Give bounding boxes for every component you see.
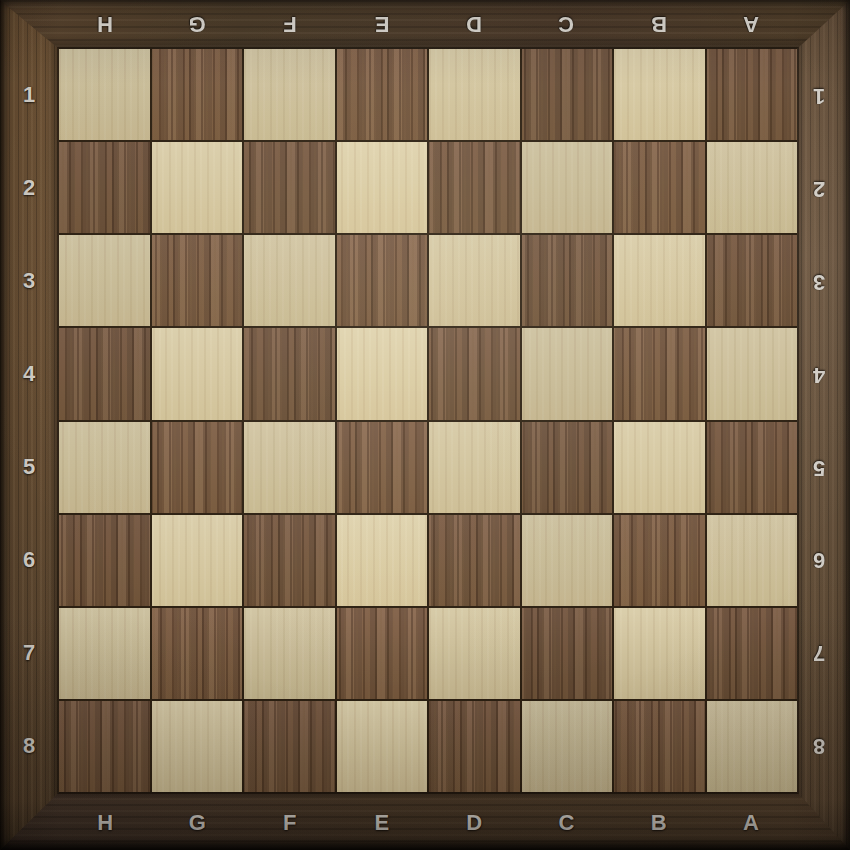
file-label-top-c: C: [520, 4, 612, 44]
square-f5[interactable]: [244, 422, 335, 513]
square-h3[interactable]: [59, 235, 150, 326]
rank-label-left-1: 1: [6, 49, 52, 142]
square-b3[interactable]: [614, 235, 705, 326]
square-h2[interactable]: [59, 142, 150, 233]
square-h4[interactable]: [59, 328, 150, 419]
square-a3[interactable]: [707, 235, 798, 326]
square-g7[interactable]: [152, 608, 243, 699]
square-c6[interactable]: [522, 515, 613, 606]
rank-label-right-3: 3: [796, 235, 842, 328]
square-f2[interactable]: [244, 142, 335, 233]
square-a6[interactable]: [707, 515, 798, 606]
file-label-bottom-c: C: [520, 801, 612, 845]
square-a1[interactable]: [707, 49, 798, 140]
square-f3[interactable]: [244, 235, 335, 326]
rank-label-right-8: 8: [796, 699, 842, 792]
square-h5[interactable]: [59, 422, 150, 513]
square-b6[interactable]: [614, 515, 705, 606]
square-a8[interactable]: [707, 701, 798, 792]
square-g4[interactable]: [152, 328, 243, 419]
square-e5[interactable]: [337, 422, 428, 513]
file-label-bottom-a: A: [705, 801, 797, 845]
rank-label-right-2: 2: [796, 142, 842, 235]
file-label-bottom-h: H: [59, 801, 151, 845]
square-a4[interactable]: [707, 328, 798, 419]
square-c4[interactable]: [522, 328, 613, 419]
square-c7[interactable]: [522, 608, 613, 699]
square-d4[interactable]: [429, 328, 520, 419]
square-d5[interactable]: [429, 422, 520, 513]
file-label-bottom-d: D: [428, 801, 520, 845]
rank-label-right-5: 5: [796, 421, 842, 514]
square-a2[interactable]: [707, 142, 798, 233]
file-labels-bottom: HGFEDCBA: [59, 801, 797, 845]
square-f8[interactable]: [244, 701, 335, 792]
rank-labels-left: 12345678: [6, 49, 52, 792]
square-d1[interactable]: [429, 49, 520, 140]
square-e8[interactable]: [337, 701, 428, 792]
file-label-top-d: D: [428, 4, 520, 44]
square-e4[interactable]: [337, 328, 428, 419]
rank-label-left-3: 3: [6, 235, 52, 328]
square-a7[interactable]: [707, 608, 798, 699]
file-label-top-g: G: [151, 4, 243, 44]
rank-label-left-7: 7: [6, 606, 52, 699]
square-g2[interactable]: [152, 142, 243, 233]
file-label-top-h: H: [59, 4, 151, 44]
rank-label-right-4: 4: [796, 328, 842, 421]
file-label-bottom-g: G: [151, 801, 243, 845]
square-d8[interactable]: [429, 701, 520, 792]
square-f1[interactable]: [244, 49, 335, 140]
square-g6[interactable]: [152, 515, 243, 606]
square-g1[interactable]: [152, 49, 243, 140]
square-c3[interactable]: [522, 235, 613, 326]
rank-label-right-6: 6: [796, 513, 842, 606]
square-d7[interactable]: [429, 608, 520, 699]
file-label-bottom-f: F: [244, 801, 336, 845]
square-e7[interactable]: [337, 608, 428, 699]
file-label-top-e: E: [336, 4, 428, 44]
file-label-bottom-b: B: [613, 801, 705, 845]
rank-label-left-8: 8: [6, 699, 52, 792]
rank-labels-right: 12345678: [796, 49, 842, 792]
square-a5[interactable]: [707, 422, 798, 513]
square-e1[interactable]: [337, 49, 428, 140]
square-d2[interactable]: [429, 142, 520, 233]
square-c2[interactable]: [522, 142, 613, 233]
square-c8[interactable]: [522, 701, 613, 792]
board: [59, 49, 797, 792]
rank-label-left-4: 4: [6, 328, 52, 421]
square-c5[interactable]: [522, 422, 613, 513]
square-b4[interactable]: [614, 328, 705, 419]
rank-label-left-5: 5: [6, 421, 52, 514]
file-label-top-f: F: [244, 4, 336, 44]
square-g8[interactable]: [152, 701, 243, 792]
square-d3[interactable]: [429, 235, 520, 326]
square-g5[interactable]: [152, 422, 243, 513]
file-label-bottom-e: E: [336, 801, 428, 845]
square-g3[interactable]: [152, 235, 243, 326]
square-f7[interactable]: [244, 608, 335, 699]
square-b1[interactable]: [614, 49, 705, 140]
square-e2[interactable]: [337, 142, 428, 233]
file-label-top-b: B: [613, 4, 705, 44]
square-e6[interactable]: [337, 515, 428, 606]
wooden-chessboard-photo: HGFEDCBA HGFEDCBA 12345678 12345678: [0, 0, 850, 850]
square-b5[interactable]: [614, 422, 705, 513]
square-d6[interactable]: [429, 515, 520, 606]
rank-label-right-1: 1: [796, 49, 842, 142]
square-b8[interactable]: [614, 701, 705, 792]
square-c1[interactable]: [522, 49, 613, 140]
file-labels-top: HGFEDCBA: [59, 4, 797, 44]
square-b2[interactable]: [614, 142, 705, 233]
square-f4[interactable]: [244, 328, 335, 419]
square-h1[interactable]: [59, 49, 150, 140]
file-label-top-a: A: [705, 4, 797, 44]
square-e3[interactable]: [337, 235, 428, 326]
square-f6[interactable]: [244, 515, 335, 606]
rank-label-right-7: 7: [796, 606, 842, 699]
square-h6[interactable]: [59, 515, 150, 606]
rank-label-left-6: 6: [6, 513, 52, 606]
rank-label-left-2: 2: [6, 142, 52, 235]
square-b7[interactable]: [614, 608, 705, 699]
square-h7[interactable]: [59, 608, 150, 699]
square-h8[interactable]: [59, 701, 150, 792]
